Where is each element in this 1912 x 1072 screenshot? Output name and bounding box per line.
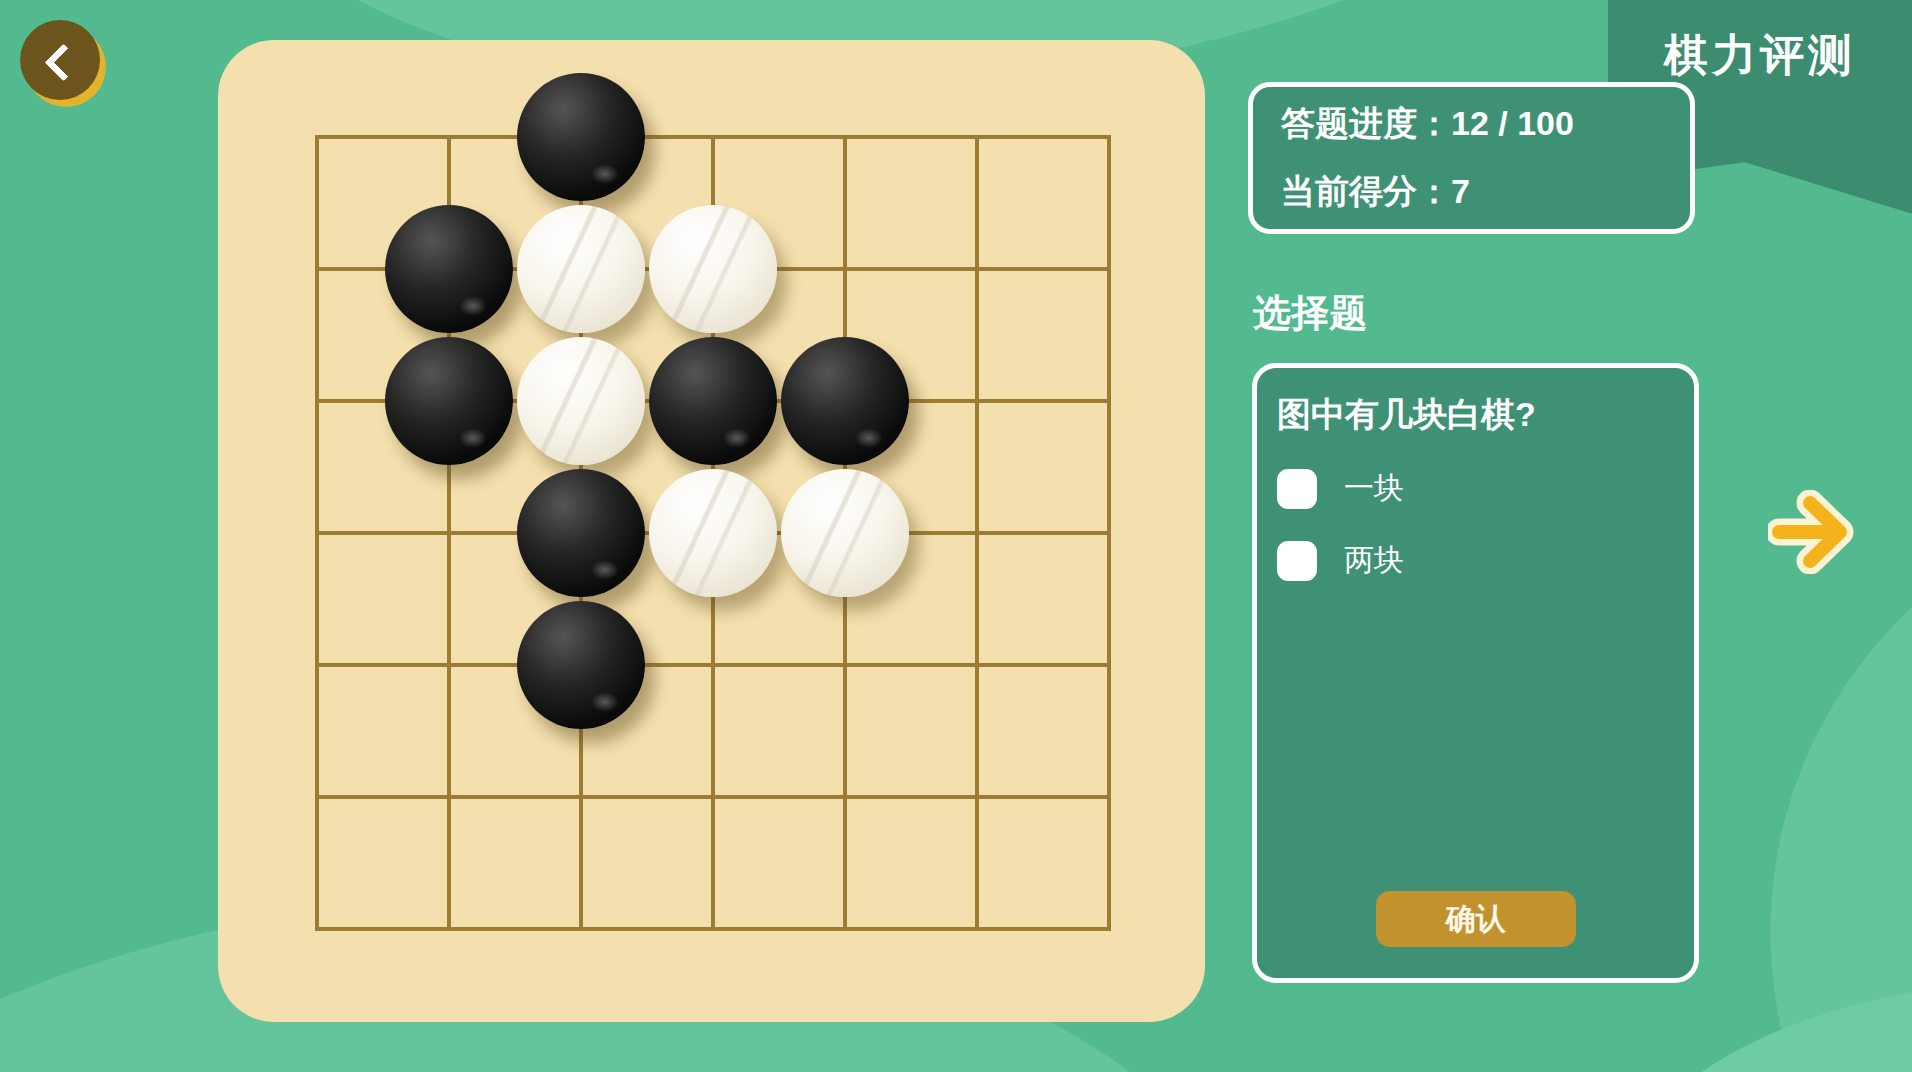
section-label: 选择题 [1253, 288, 1367, 339]
white-stone [649, 469, 777, 597]
option-label: 一块 [1344, 468, 1404, 509]
black-stone [517, 601, 645, 729]
black-stone [781, 337, 909, 465]
back-button[interactable] [20, 20, 100, 100]
current-score-text: 当前得分：7 [1281, 169, 1690, 215]
checkbox-one-block[interactable] [1277, 469, 1317, 509]
black-stone [649, 337, 777, 465]
black-stone [385, 205, 513, 333]
arrow-right-icon [1768, 490, 1858, 574]
confirm-button[interactable]: 确认 [1376, 891, 1576, 947]
page-title: 棋力评测 [1664, 26, 1856, 85]
black-stone [517, 469, 645, 597]
black-stone [517, 73, 645, 201]
question-text: 图中有几块白棋? [1277, 392, 1674, 438]
question-card: 图中有几块白棋? 一块 两块 确认 [1252, 363, 1699, 983]
black-stone [385, 337, 513, 465]
checkbox-two-blocks[interactable] [1277, 541, 1317, 581]
progress-card: 答题进度：12 / 100 当前得分：7 [1248, 82, 1695, 234]
screen: 棋力评测 答题进度：12 / 100 当前得分：7 选择题 图中有几块白棋? 一… [0, 0, 1912, 1072]
white-stone [517, 205, 645, 333]
chevron-left-icon [44, 43, 82, 81]
go-board [218, 40, 1205, 1022]
white-stone [517, 337, 645, 465]
white-stone [649, 205, 777, 333]
option-label: 两块 [1344, 540, 1404, 581]
option-two-blocks[interactable]: 两块 [1277, 540, 1674, 581]
answer-progress-text: 答题进度：12 / 100 [1281, 101, 1690, 147]
white-stone [781, 469, 909, 597]
next-arrow-button[interactable] [1768, 490, 1858, 574]
option-one-block[interactable]: 一块 [1277, 468, 1674, 509]
